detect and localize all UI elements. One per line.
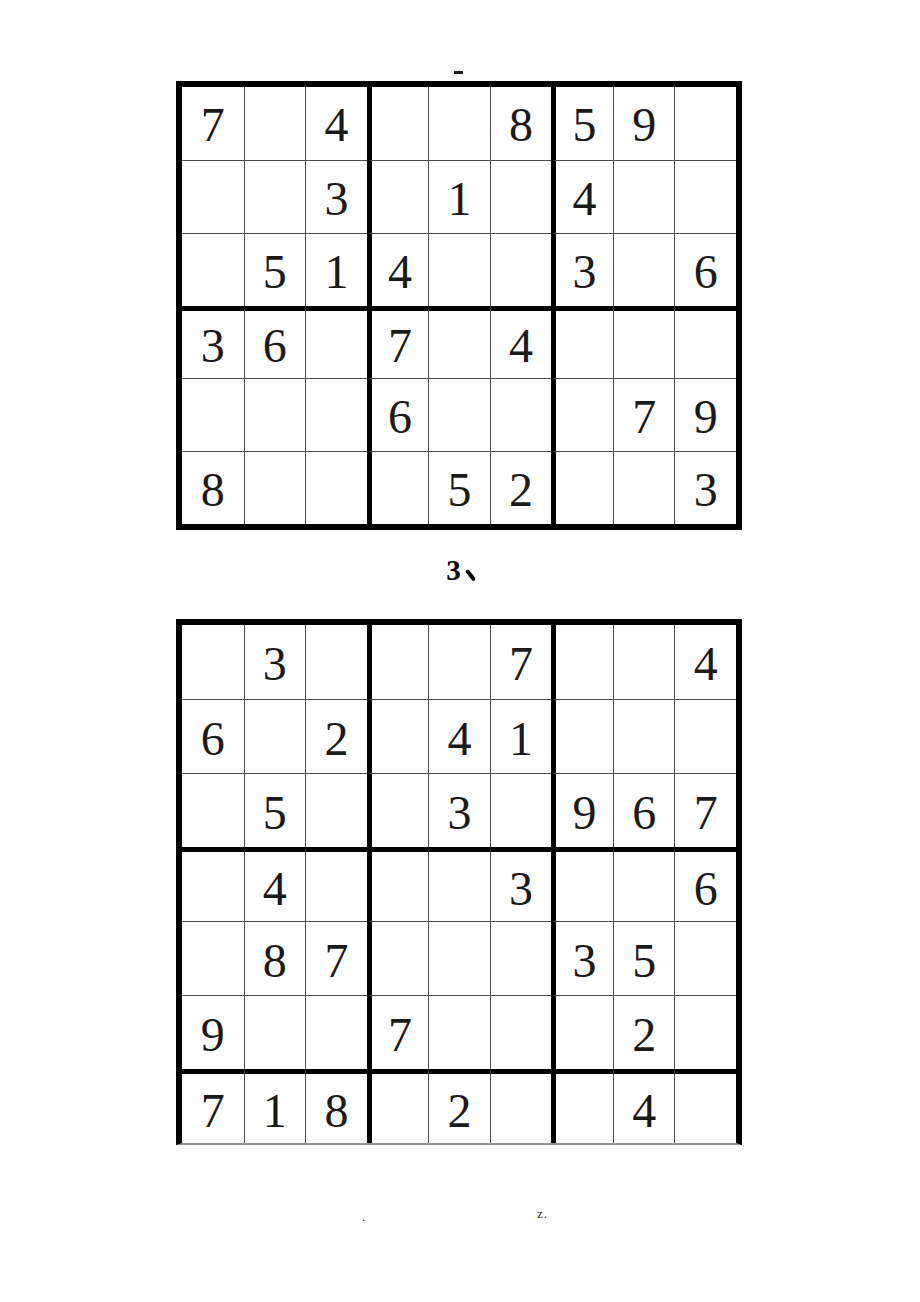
sudoku-cell: 7 [674,773,736,847]
sudoku-cell [182,625,244,699]
sudoku-grid-bottom: 374624153967436873597271824 [176,619,742,1145]
sudoku-cell [490,773,552,847]
sudoku-cell [428,847,490,921]
sudoku-cell [305,451,367,524]
sudoku-given-digit: 8 [324,1087,348,1135]
sudoku-cell [551,1069,613,1143]
sudoku-given-digit: 3 [324,175,348,223]
cropped-text-artifact [454,71,463,74]
sudoku-cell [367,625,429,699]
sudoku-given-digit: 4 [632,1087,656,1135]
sudoku-cell [367,699,429,773]
sudoku-cell: 3 [551,233,613,306]
sudoku-cell [244,995,306,1069]
sudoku-cell: 7 [182,1069,244,1143]
sudoku-given-digit: 4 [509,322,533,370]
sudoku-cell [428,995,490,1069]
sudoku-cell [490,921,552,995]
sudoku-cell: 5 [244,233,306,306]
sudoku-given-digit: 7 [694,789,718,837]
sudoku-cell: 4 [428,699,490,773]
sudoku-cell [490,378,552,451]
sudoku-given-digit: 2 [509,466,533,514]
sudoku-cell: 1 [428,160,490,233]
sudoku-given-digit: 7 [388,1011,412,1059]
sudoku-cell [305,306,367,379]
sudoku-cell [244,699,306,773]
sudoku-given-digit: 6 [263,322,287,370]
sudoku-cell [613,160,675,233]
sudoku-cell [367,921,429,995]
sudoku-cell: 4 [551,160,613,233]
sudoku-given-digit: 1 [263,1087,287,1135]
sudoku-given-digit: 4 [388,248,412,296]
sudoku-cell: 4 [490,306,552,379]
sudoku-cell: 6 [674,233,736,306]
sudoku-cell: 6 [613,773,675,847]
sudoku-cell: 1 [305,233,367,306]
sudoku-cell [428,87,490,160]
sudoku-cell [490,233,552,306]
sudoku-cell [244,378,306,451]
sudoku-cell: 7 [367,306,429,379]
sudoku-cell: 4 [613,1069,675,1143]
sudoku-cell: 9 [551,773,613,847]
sudoku-cell: 7 [490,625,552,699]
sudoku-cell [490,1069,552,1143]
sudoku-cell: 3 [674,451,736,524]
sudoku-given-digit: 7 [388,322,412,370]
sudoku-given-digit: 3 [509,865,533,913]
sudoku-cell: 2 [305,699,367,773]
sudoku-cell [305,773,367,847]
sudoku-cell: 4 [367,233,429,306]
sudoku-cell [551,699,613,773]
sudoku-cell [551,378,613,451]
sudoku-cell: 3 [490,847,552,921]
sudoku-cell [551,995,613,1069]
sudoku-given-digit: 4 [263,865,287,913]
sudoku-given-digit: 5 [447,466,471,514]
sudoku-cell [613,699,675,773]
sudoku-cell: 3 [182,306,244,379]
sudoku-cell [674,87,736,160]
sudoku-cell [428,921,490,995]
sudoku-given-digit: 7 [201,101,225,149]
sudoku-cell: 3 [551,921,613,995]
sudoku-cell [428,625,490,699]
sudoku-cell: 2 [490,451,552,524]
sudoku-cell [244,87,306,160]
sudoku-given-digit: 3 [573,937,597,985]
sudoku-cell: 5 [428,451,490,524]
sudoku-given-digit: 9 [573,789,597,837]
sudoku-cell [551,451,613,524]
sudoku-cell [305,995,367,1069]
sudoku-given-digit: 3 [201,322,225,370]
sudoku-cell [551,847,613,921]
sudoku-given-digit: 1 [447,175,471,223]
sudoku-cell: 3 [244,625,306,699]
sudoku-cell [428,233,490,306]
sudoku-cell: 9 [674,378,736,451]
ideographic-comma-icon [465,569,476,582]
sudoku-given-digit: 5 [263,789,287,837]
sudoku-cell: 1 [490,699,552,773]
sudoku-given-digit: 6 [632,789,656,837]
sudoku-cell: 8 [305,1069,367,1143]
sudoku-cell [305,847,367,921]
sudoku-cell [182,847,244,921]
sudoku-cell: 4 [674,625,736,699]
sudoku-given-digit: 3 [573,248,597,296]
sudoku-cell: 3 [305,160,367,233]
sudoku-cell: 3 [428,773,490,847]
sudoku-cell [613,847,675,921]
sudoku-cell [428,378,490,451]
sudoku-given-digit: 3 [263,640,287,688]
sudoku-given-digit: 8 [263,937,287,985]
sudoku-cell [674,921,736,995]
sudoku-cell: 9 [613,87,675,160]
sudoku-cell [674,306,736,379]
sudoku-cell [182,378,244,451]
sudoku-cell [490,160,552,233]
sudoku-given-digit: 6 [694,865,718,913]
document-page: 748593145143636746798523 3 3746241539674… [0,0,920,1302]
sudoku-given-digit: 5 [263,248,287,296]
sudoku-cell [613,306,675,379]
sudoku-given-digit: 9 [201,1011,225,1059]
sudoku-cell: 8 [244,921,306,995]
sudoku-cell [367,160,429,233]
sudoku-cell: 7 [367,995,429,1069]
sudoku-given-digit: 3 [447,789,471,837]
sudoku-given-digit: 6 [201,715,225,763]
sudoku-cell [182,233,244,306]
footer-artifact-z: z. [537,1206,548,1222]
sudoku-cell [367,847,429,921]
sudoku-given-digit: 2 [447,1087,471,1135]
sudoku-cell [305,625,367,699]
sudoku-cell [613,625,675,699]
sudoku-cell [674,160,736,233]
sudoku-given-digit: 3 [694,466,718,514]
sudoku-given-digit: 8 [201,466,225,514]
sudoku-grid-top: 748593145143636746798523 [176,81,742,530]
sudoku-given-digit: 7 [632,393,656,441]
sudoku-cell: 6 [367,378,429,451]
sudoku-given-digit: 8 [509,101,533,149]
sudoku-cell: 6 [182,699,244,773]
sudoku-cell [367,773,429,847]
sudoku-cell: 5 [244,773,306,847]
sudoku-cell: 4 [305,87,367,160]
sudoku-cell [428,306,490,379]
sudoku-cell: 4 [244,847,306,921]
sudoku-cell: 6 [244,306,306,379]
sudoku-cell [613,233,675,306]
footer-artifact-dot: . [362,1209,365,1225]
sudoku-cell [367,87,429,160]
sudoku-cell: 7 [613,378,675,451]
sudoku-cell: 5 [613,921,675,995]
sudoku-cell [305,378,367,451]
sudoku-cell [367,451,429,524]
sudoku-given-digit: 4 [573,175,597,223]
sudoku-cell: 8 [182,451,244,524]
sudoku-given-digit: 1 [509,715,533,763]
sudoku-cell [674,1069,736,1143]
sudoku-given-digit: 2 [324,715,348,763]
sudoku-cell [613,451,675,524]
sudoku-given-digit: 7 [201,1087,225,1135]
sudoku-cell: 2 [428,1069,490,1143]
sudoku-cell [551,306,613,379]
sudoku-cell [367,1069,429,1143]
sudoku-given-digit: 9 [694,393,718,441]
sudoku-given-digit: 7 [509,640,533,688]
sudoku-given-digit: 5 [573,101,597,149]
sudoku-cell: 6 [674,847,736,921]
sudoku-cell: 2 [613,995,675,1069]
sudoku-cell [244,160,306,233]
sudoku-cell [244,451,306,524]
sudoku-given-digit: 4 [324,101,348,149]
sudoku-cell [551,625,613,699]
sudoku-cell [182,921,244,995]
sudoku-cell: 9 [182,995,244,1069]
sudoku-given-digit: 7 [324,937,348,985]
sudoku-given-digit: 6 [388,393,412,441]
sudoku-given-digit: 4 [694,640,718,688]
sudoku-cell: 5 [551,87,613,160]
sudoku-cell [674,995,736,1069]
sudoku-cell: 7 [305,921,367,995]
sudoku-given-digit: 2 [632,1011,656,1059]
sudoku-given-digit: 4 [447,715,471,763]
sudoku-cell [490,995,552,1069]
puzzle-number-digit: 3 [446,554,461,586]
sudoku-cell: 1 [244,1069,306,1143]
sudoku-given-digit: 5 [632,937,656,985]
sudoku-given-digit: 1 [324,248,348,296]
sudoku-cell: 8 [490,87,552,160]
sudoku-given-digit: 9 [632,101,656,149]
sudoku-given-digit: 6 [694,248,718,296]
sudoku-cell: 7 [182,87,244,160]
sudoku-cell [182,160,244,233]
puzzle-number-label: 3 [176,553,742,587]
sudoku-cell [182,773,244,847]
sudoku-cell [674,699,736,773]
